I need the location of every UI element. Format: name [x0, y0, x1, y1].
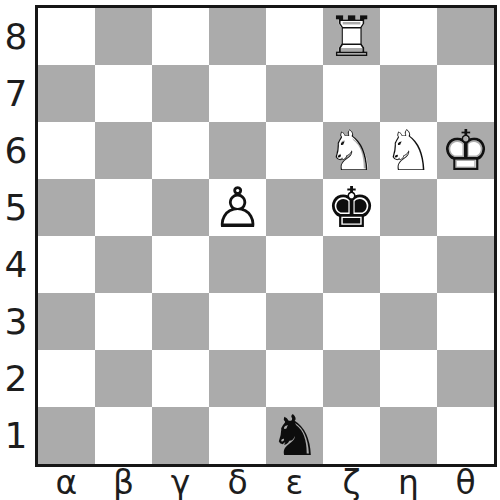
square-h2[interactable]	[437, 350, 494, 407]
piece-black-knight-e1[interactable]: ♞	[266, 407, 323, 464]
square-g5[interactable]	[380, 179, 437, 236]
square-h4[interactable]	[437, 236, 494, 293]
file-label-c: γ	[152, 464, 209, 500]
rank-label-3: 3	[0, 293, 32, 350]
piece-white-rook-f8[interactable]: ♜♖	[323, 8, 380, 65]
chess-diagram: 87654321 ♜♖♞♘♞♘♚♔♟♙♚♞ αβγδεζηθ	[0, 0, 500, 500]
square-f5[interactable]: ♚	[323, 179, 380, 236]
rank-labels: 87654321	[0, 8, 32, 464]
square-a8[interactable]	[38, 8, 95, 65]
board: ♜♖♞♘♞♘♚♔♟♙♚♞	[35, 5, 497, 467]
square-e6[interactable]	[266, 122, 323, 179]
square-f2[interactable]	[323, 350, 380, 407]
square-d2[interactable]	[209, 350, 266, 407]
piece-white-knight-f6[interactable]: ♞♘	[323, 122, 380, 179]
white-rook-glyph: ♖	[323, 8, 380, 65]
square-h6[interactable]: ♚♔	[437, 122, 494, 179]
file-label-b: β	[95, 464, 152, 500]
square-c6[interactable]	[152, 122, 209, 179]
square-d5[interactable]: ♟♙	[209, 179, 266, 236]
square-g3[interactable]	[380, 293, 437, 350]
square-a1[interactable]	[38, 407, 95, 464]
square-c5[interactable]	[152, 179, 209, 236]
black-knight-glyph: ♞	[266, 407, 323, 464]
rank-label-8: 8	[0, 8, 32, 65]
square-d1[interactable]	[209, 407, 266, 464]
square-c4[interactable]	[152, 236, 209, 293]
piece-white-pawn-d5[interactable]: ♟♙	[209, 179, 266, 236]
square-d7[interactable]	[209, 65, 266, 122]
square-f8[interactable]: ♜♖	[323, 8, 380, 65]
square-c8[interactable]	[152, 8, 209, 65]
file-label-a: α	[38, 464, 95, 500]
square-g6[interactable]: ♞♘	[380, 122, 437, 179]
white-king-glyph: ♔	[437, 122, 494, 179]
square-g1[interactable]	[380, 407, 437, 464]
white-knight-glyph: ♘	[323, 122, 380, 179]
file-label-h: θ	[437, 464, 494, 500]
rank-label-2: 2	[0, 350, 32, 407]
square-d3[interactable]	[209, 293, 266, 350]
square-b4[interactable]	[95, 236, 152, 293]
square-h1[interactable]	[437, 407, 494, 464]
square-e4[interactable]	[266, 236, 323, 293]
file-labels: αβγδεζηθ	[38, 464, 494, 500]
square-f1[interactable]	[323, 407, 380, 464]
square-d8[interactable]	[209, 8, 266, 65]
square-f3[interactable]	[323, 293, 380, 350]
square-h3[interactable]	[437, 293, 494, 350]
square-e7[interactable]	[266, 65, 323, 122]
square-e5[interactable]	[266, 179, 323, 236]
piece-black-king-f5[interactable]: ♚	[323, 179, 380, 236]
square-b6[interactable]	[95, 122, 152, 179]
square-a2[interactable]	[38, 350, 95, 407]
square-b5[interactable]	[95, 179, 152, 236]
square-d6[interactable]	[209, 122, 266, 179]
file-label-e: ε	[266, 464, 323, 500]
square-f4[interactable]	[323, 236, 380, 293]
rank-label-4: 4	[0, 236, 32, 293]
piece-white-knight-g6[interactable]: ♞♘	[380, 122, 437, 179]
square-g7[interactable]	[380, 65, 437, 122]
square-b8[interactable]	[95, 8, 152, 65]
square-f6[interactable]: ♞♘	[323, 122, 380, 179]
square-b2[interactable]	[95, 350, 152, 407]
square-e1[interactable]: ♞	[266, 407, 323, 464]
square-g8[interactable]	[380, 8, 437, 65]
square-g2[interactable]	[380, 350, 437, 407]
rank-label-1: 1	[0, 407, 32, 464]
rank-label-7: 7	[0, 65, 32, 122]
square-h8[interactable]	[437, 8, 494, 65]
file-label-g: η	[380, 464, 437, 500]
square-g4[interactable]	[380, 236, 437, 293]
square-a3[interactable]	[38, 293, 95, 350]
square-b3[interactable]	[95, 293, 152, 350]
square-e2[interactable]	[266, 350, 323, 407]
square-f7[interactable]	[323, 65, 380, 122]
square-c7[interactable]	[152, 65, 209, 122]
piece-white-king-h6[interactable]: ♚♔	[437, 122, 494, 179]
square-e3[interactable]	[266, 293, 323, 350]
rank-label-6: 6	[0, 122, 32, 179]
file-label-d: δ	[209, 464, 266, 500]
square-a6[interactable]	[38, 122, 95, 179]
white-knight-glyph: ♘	[380, 122, 437, 179]
square-b1[interactable]	[95, 407, 152, 464]
square-a4[interactable]	[38, 236, 95, 293]
square-a7[interactable]	[38, 65, 95, 122]
square-h7[interactable]	[437, 65, 494, 122]
square-a5[interactable]	[38, 179, 95, 236]
square-e8[interactable]	[266, 8, 323, 65]
square-h5[interactable]	[437, 179, 494, 236]
black-king-glyph: ♚	[323, 179, 380, 236]
file-label-f: ζ	[323, 464, 380, 500]
white-pawn-glyph: ♙	[209, 179, 266, 236]
square-c3[interactable]	[152, 293, 209, 350]
rank-label-5: 5	[0, 179, 32, 236]
square-c1[interactable]	[152, 407, 209, 464]
square-b7[interactable]	[95, 65, 152, 122]
square-c2[interactable]	[152, 350, 209, 407]
square-d4[interactable]	[209, 236, 266, 293]
